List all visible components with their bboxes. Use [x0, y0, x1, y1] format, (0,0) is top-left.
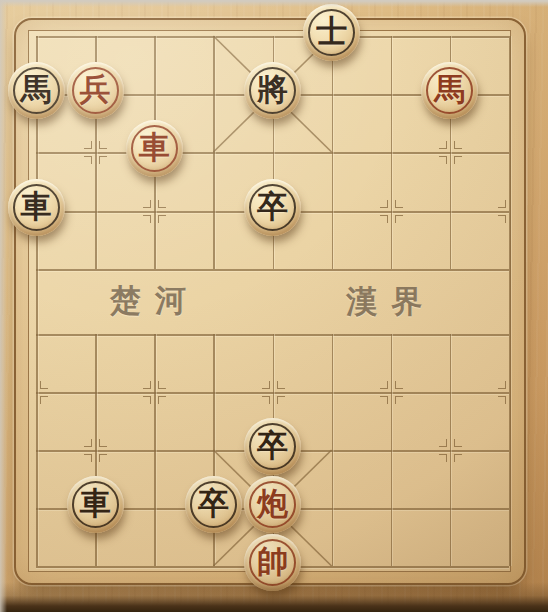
piece-red-general[interactable]: 帥 [244, 534, 301, 591]
grid-line [36, 269, 509, 271]
piece-red-chariot[interactable]: 車 [126, 120, 183, 177]
piece-black-soldier[interactable]: 卒 [185, 476, 242, 533]
point-marker [498, 200, 506, 208]
grid-line [391, 36, 393, 269]
point-marker [439, 439, 447, 447]
point-marker [143, 200, 151, 208]
point-marker [262, 396, 270, 404]
xiangqi-table: 楚河 漢界 馬兵將士馬車車卒卒車卒炮帥 [0, 0, 548, 612]
grid-line [450, 334, 452, 566]
river-label-right: 漢界 [346, 281, 436, 323]
piece-red-horse[interactable]: 馬 [421, 62, 478, 119]
point-marker [158, 200, 166, 208]
point-marker [277, 381, 285, 389]
grid-line [332, 334, 334, 566]
point-marker [454, 156, 462, 164]
point-marker [143, 215, 151, 223]
point-marker [99, 454, 107, 462]
point-marker [498, 396, 506, 404]
grid-line [213, 36, 215, 269]
point-marker [158, 215, 166, 223]
piece-character: 馬 [8, 62, 65, 119]
point-marker [84, 439, 92, 447]
point-marker [40, 396, 48, 404]
point-marker [99, 439, 107, 447]
grid-line [391, 334, 393, 566]
point-marker [395, 215, 403, 223]
point-marker [380, 396, 388, 404]
piece-black-general[interactable]: 將 [244, 62, 301, 119]
point-marker [454, 141, 462, 149]
piece-black-advisor[interactable]: 士 [303, 4, 360, 61]
point-marker [498, 381, 506, 389]
point-marker [158, 381, 166, 389]
point-marker [439, 141, 447, 149]
point-marker [439, 156, 447, 164]
river-label-left: 楚河 [110, 280, 200, 322]
point-marker [395, 200, 403, 208]
piece-character: 炮 [244, 476, 301, 533]
piece-red-cannon[interactable]: 炮 [244, 476, 301, 533]
piece-character: 帥 [244, 534, 301, 591]
point-marker [99, 156, 107, 164]
piece-character: 卒 [244, 418, 301, 475]
piece-character: 車 [67, 476, 124, 533]
piece-black-chariot[interactable]: 車 [8, 179, 65, 236]
piece-red-soldier[interactable]: 兵 [67, 62, 124, 119]
piece-black-chariot[interactable]: 車 [67, 476, 124, 533]
piece-character: 卒 [185, 476, 242, 533]
piece-black-soldier[interactable]: 卒 [244, 418, 301, 475]
point-marker [439, 454, 447, 462]
point-marker [143, 396, 151, 404]
point-marker [158, 396, 166, 404]
grid-line [509, 36, 511, 566]
piece-character: 馬 [421, 62, 478, 119]
point-marker [84, 156, 92, 164]
point-marker [143, 381, 151, 389]
piece-character: 卒 [244, 179, 301, 236]
piece-character: 士 [303, 4, 360, 61]
table-edge-highlight-left [0, 0, 7, 612]
piece-character: 車 [126, 120, 183, 177]
piece-character: 兵 [67, 62, 124, 119]
piece-black-soldier[interactable]: 卒 [244, 179, 301, 236]
piece-character: 將 [244, 62, 301, 119]
point-marker [380, 215, 388, 223]
point-marker [84, 454, 92, 462]
point-marker [498, 215, 506, 223]
point-marker [84, 141, 92, 149]
point-marker [454, 439, 462, 447]
point-marker [277, 396, 285, 404]
point-marker [395, 396, 403, 404]
point-marker [40, 381, 48, 389]
point-marker [262, 381, 270, 389]
point-marker [380, 381, 388, 389]
point-marker [395, 381, 403, 389]
piece-character: 車 [8, 179, 65, 236]
piece-black-horse[interactable]: 馬 [8, 62, 65, 119]
grid-line [332, 36, 334, 269]
point-marker [380, 200, 388, 208]
table-edge-highlight-top [0, 0, 548, 7]
grid-line [154, 334, 156, 566]
point-marker [454, 454, 462, 462]
point-marker [99, 141, 107, 149]
